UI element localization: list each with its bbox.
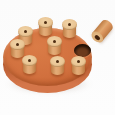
peg-treat-hole-icon bbox=[28, 59, 31, 62]
peg-treat-hole-icon bbox=[77, 60, 80, 63]
peg-treat-hole-icon bbox=[53, 40, 56, 43]
slot-SE-peg[interactable] bbox=[71, 56, 86, 77]
peg-treat-hole-icon bbox=[56, 60, 59, 63]
slot-NE-peg[interactable] bbox=[62, 19, 77, 40]
peg-treat-hole-icon bbox=[44, 21, 47, 24]
photo-scene bbox=[0, 0, 115, 115]
peg-treat-hole-icon bbox=[16, 43, 19, 46]
slot-N-peg[interactable] bbox=[38, 17, 53, 38]
slot-C-peg[interactable] bbox=[47, 36, 62, 57]
peg-treat-hole-icon bbox=[24, 30, 27, 33]
slot-layer bbox=[0, 0, 115, 115]
slot-SW-peg[interactable] bbox=[22, 55, 37, 76]
peg-treat-hole-icon bbox=[68, 23, 71, 26]
slot-S-peg[interactable] bbox=[50, 56, 65, 77]
